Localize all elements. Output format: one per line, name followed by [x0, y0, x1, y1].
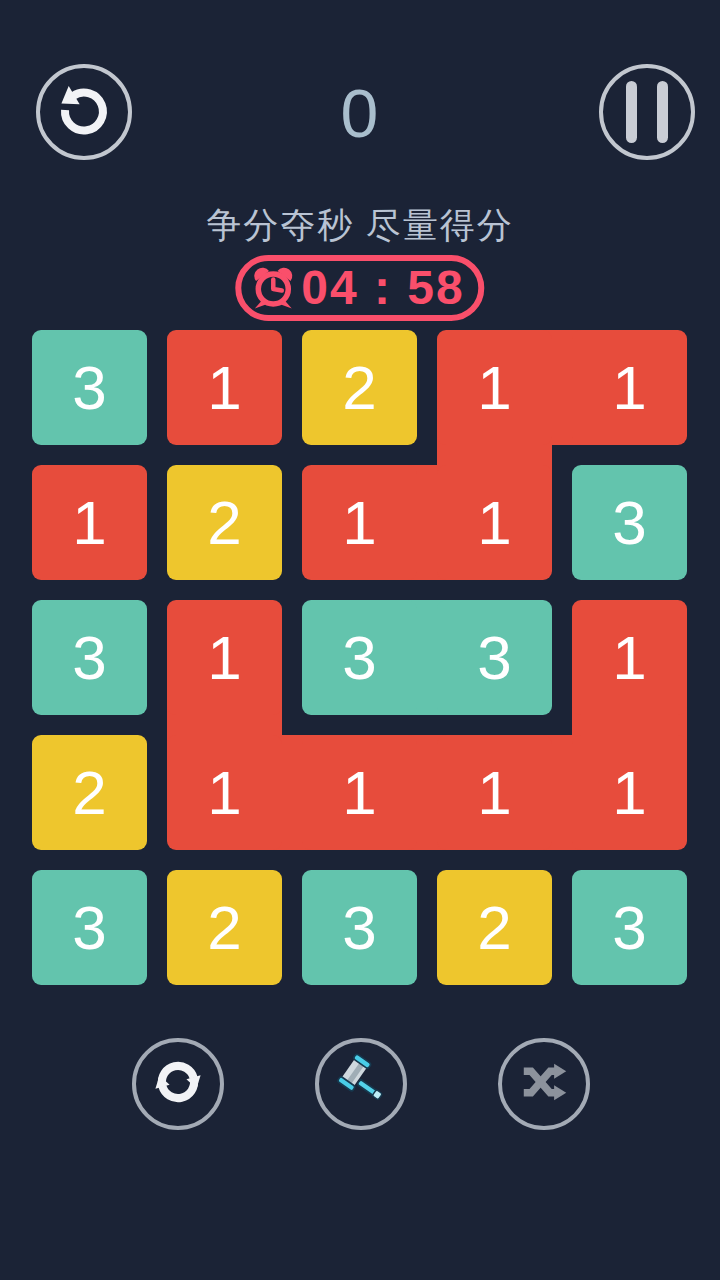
tile-number: 3: [477, 627, 511, 689]
hammer-icon: [330, 1051, 392, 1117]
tile-r1c3[interactable]: 2: [302, 330, 417, 445]
tile-number: 3: [612, 897, 646, 959]
tile-number: 1: [72, 492, 106, 554]
tile-r4c2[interactable]: 1: [167, 735, 282, 850]
tile-number: 1: [612, 627, 646, 689]
tile-r5c2[interactable]: 2: [167, 870, 282, 985]
tile-r1c5[interactable]: 1: [572, 330, 687, 445]
tile-r5c4[interactable]: 2: [437, 870, 552, 985]
instruction-text: 争分夺秒 尽量得分: [0, 202, 720, 249]
tile-number: 3: [72, 627, 106, 689]
tile-number: 2: [72, 762, 106, 824]
tile-number: 1: [477, 357, 511, 419]
tile-r1c4[interactable]: 1: [437, 330, 552, 445]
tile-r3c1[interactable]: 3: [32, 600, 147, 715]
tile-number: 1: [207, 357, 241, 419]
tile-number: 3: [72, 897, 106, 959]
tile-r5c3[interactable]: 3: [302, 870, 417, 985]
tile-number: 1: [342, 762, 376, 824]
tile-r5c5[interactable]: 3: [572, 870, 687, 985]
tile-number: 1: [207, 762, 241, 824]
tile-number: 3: [342, 897, 376, 959]
alarm-clock-icon: [249, 262, 297, 314]
tile-number: 1: [612, 762, 646, 824]
board: 3121112113313312111132323: [32, 330, 687, 985]
tile-r4c1[interactable]: 2: [32, 735, 147, 850]
tile-r2c1[interactable]: 1: [32, 465, 147, 580]
tile-number: 2: [342, 357, 376, 419]
tile-number: 3: [72, 357, 106, 419]
refresh-icon: [147, 1051, 209, 1117]
tile-number: 2: [207, 492, 241, 554]
pause-icon: [626, 81, 668, 143]
tile-r1c2[interactable]: 1: [167, 330, 282, 445]
refresh-button[interactable]: [132, 1038, 224, 1130]
tile-r3c3[interactable]: 3: [302, 600, 417, 715]
tile-r2c3[interactable]: 1: [302, 465, 417, 580]
tile-r2c2[interactable]: 2: [167, 465, 282, 580]
tile-r2c4[interactable]: 1: [437, 465, 552, 580]
tile-r3c4[interactable]: 3: [437, 600, 552, 715]
game-screen: { "game": "number-tile merge puzzle - ti…: [0, 0, 720, 1280]
tile-r3c2[interactable]: 1: [167, 600, 282, 715]
hammer-button[interactable]: [315, 1038, 407, 1130]
tile-r2c5[interactable]: 3: [572, 465, 687, 580]
tile-r3c5[interactable]: 1: [572, 600, 687, 715]
shuffle-icon: [513, 1051, 575, 1117]
tile-number: 1: [477, 762, 511, 824]
tile-number: 2: [477, 897, 511, 959]
tile-r5c1[interactable]: 3: [32, 870, 147, 985]
timer-value: 04 : 58: [301, 261, 464, 315]
pause-button[interactable]: [599, 64, 695, 160]
tile-number: 1: [612, 357, 646, 419]
tile-number: 1: [342, 492, 376, 554]
tile-number: 3: [342, 627, 376, 689]
tile-r4c5[interactable]: 1: [572, 735, 687, 850]
tile-number: 1: [207, 627, 241, 689]
tile-r1c1[interactable]: 3: [32, 330, 147, 445]
timer-badge: 04 : 58: [235, 255, 484, 321]
tile-r4c4[interactable]: 1: [437, 735, 552, 850]
shuffle-button[interactable]: [498, 1038, 590, 1130]
tile-number: 3: [612, 492, 646, 554]
tile-number: 1: [477, 492, 511, 554]
tile-r4c3[interactable]: 1: [302, 735, 417, 850]
tile-number: 2: [207, 897, 241, 959]
